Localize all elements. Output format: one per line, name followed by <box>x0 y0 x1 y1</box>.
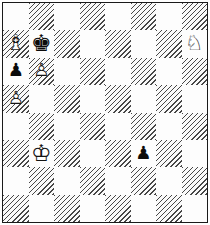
square-b1 <box>29 195 55 222</box>
square-a2 <box>3 167 29 194</box>
square-g3 <box>156 140 182 167</box>
square-d4 <box>80 113 106 140</box>
square-h4 <box>182 113 208 140</box>
square-h2 <box>182 167 208 194</box>
square-d1 <box>80 195 106 222</box>
square-f8 <box>131 3 157 30</box>
piece-black-king-b7: ♚ <box>29 30 55 57</box>
king-glyph: ♚ <box>29 32 55 55</box>
square-c7 <box>54 30 80 57</box>
square-e3 <box>105 140 131 167</box>
square-e6 <box>105 58 131 85</box>
square-e2 <box>105 167 131 194</box>
square-b2 <box>29 167 55 194</box>
piece-white-bishop-a7: ♝♗ <box>3 30 29 57</box>
pawn-glyph: ♟ <box>131 144 157 162</box>
square-c4 <box>54 113 80 140</box>
king-glyph: ♔ <box>29 141 55 164</box>
square-d3 <box>80 140 106 167</box>
pawn-glyph-fill: ♟ <box>29 62 55 80</box>
square-b8 <box>29 3 55 30</box>
square-d7 <box>80 30 106 57</box>
square-b7: ♚ <box>29 30 55 57</box>
square-a6: ♟ <box>3 58 29 85</box>
square-a5: ♟♙ <box>3 85 29 112</box>
square-a4 <box>3 113 29 140</box>
square-d2 <box>80 167 106 194</box>
square-d6 <box>80 58 106 85</box>
square-c2 <box>54 167 80 194</box>
chess-board: ♝♗♚♞♘♟♟♙♟♙♚♔♟ <box>2 2 208 223</box>
square-a8 <box>3 3 29 30</box>
square-e4 <box>105 113 131 140</box>
piece-black-pawn-f3: ♟ <box>131 140 157 167</box>
square-d5 <box>80 85 106 112</box>
square-e1 <box>105 195 131 222</box>
square-f1 <box>131 195 157 222</box>
piece-black-pawn-a6: ♟ <box>3 58 29 85</box>
square-g5 <box>156 85 182 112</box>
square-h7: ♞♘ <box>182 30 208 57</box>
square-a1 <box>3 195 29 222</box>
piece-white-king-b3: ♚♔ <box>29 140 55 167</box>
square-c8 <box>54 3 80 30</box>
knight-glyph-fill: ♞ <box>182 33 208 54</box>
pawn-glyph: ♙ <box>3 89 29 107</box>
square-h1 <box>182 195 208 222</box>
square-e7 <box>105 30 131 57</box>
pawn-glyph: ♙ <box>29 62 55 80</box>
piece-white-pawn-b6: ♟♙ <box>29 58 55 85</box>
square-f7 <box>131 30 157 57</box>
square-c1 <box>54 195 80 222</box>
square-a7: ♝♗ <box>3 30 29 57</box>
square-h5 <box>182 85 208 112</box>
square-e8 <box>105 3 131 30</box>
square-b5 <box>29 85 55 112</box>
king-glyph-fill: ♚ <box>29 141 55 164</box>
piece-white-pawn-a5: ♟♙ <box>3 85 29 112</box>
square-g8 <box>156 3 182 30</box>
bishop-glyph: ♗ <box>3 32 29 54</box>
square-d8 <box>80 3 106 30</box>
pawn-glyph-fill: ♟ <box>3 89 29 107</box>
square-g1 <box>156 195 182 222</box>
knight-glyph: ♘ <box>182 33 208 54</box>
square-f3: ♟ <box>131 140 157 167</box>
square-e5 <box>105 85 131 112</box>
square-c6 <box>54 58 80 85</box>
square-b3: ♚♔ <box>29 140 55 167</box>
square-b4 <box>29 113 55 140</box>
piece-white-knight-h7: ♞♘ <box>182 30 208 57</box>
square-b6: ♟♙ <box>29 58 55 85</box>
square-f6 <box>131 58 157 85</box>
chess-diagram: ♝♗♚♞♘♟♟♙♟♙♚♔♟ <box>0 0 210 225</box>
square-a3 <box>3 140 29 167</box>
square-h3 <box>182 140 208 167</box>
square-f4 <box>131 113 157 140</box>
bishop-glyph-fill: ♝ <box>3 32 29 54</box>
square-c5 <box>54 85 80 112</box>
square-g7 <box>156 30 182 57</box>
square-g4 <box>156 113 182 140</box>
square-g6 <box>156 58 182 85</box>
square-h6 <box>182 58 208 85</box>
square-h8 <box>182 3 208 30</box>
square-c3 <box>54 140 80 167</box>
square-g2 <box>156 167 182 194</box>
square-f5 <box>131 85 157 112</box>
pawn-glyph: ♟ <box>3 62 29 80</box>
square-f2 <box>131 167 157 194</box>
